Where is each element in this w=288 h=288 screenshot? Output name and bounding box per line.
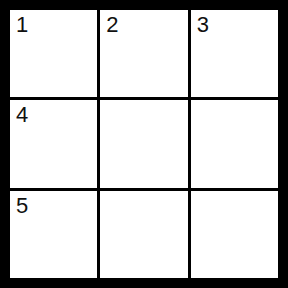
cell-r3c3[interactable] [191, 191, 278, 278]
clue-number: 5 [16, 194, 28, 218]
clue-number: 3 [197, 13, 209, 37]
clue-number: 1 [16, 13, 28, 37]
crossword-grid: 1 2 3 4 5 [0, 0, 288, 288]
cell-r3c2[interactable] [100, 191, 187, 278]
cell-r1c1[interactable]: 1 [10, 10, 97, 97]
clue-number: 2 [106, 13, 118, 37]
cell-r1c3[interactable]: 3 [191, 10, 278, 97]
cell-r2c3[interactable] [191, 100, 278, 187]
cell-r1c2[interactable]: 2 [100, 10, 187, 97]
cell-r2c1[interactable]: 4 [10, 100, 97, 187]
cell-r2c2[interactable] [100, 100, 187, 187]
cell-r3c1[interactable]: 5 [10, 191, 97, 278]
clue-number: 4 [16, 103, 28, 127]
